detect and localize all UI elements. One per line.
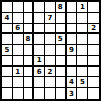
- sudoku-cell-r3c9: 2: [88, 24, 99, 35]
- sudoku-cell-r7c5: 2: [45, 67, 56, 78]
- sudoku-cell-r8c9[interactable]: [88, 77, 99, 88]
- sudoku-cell-r4c2[interactable]: [13, 34, 24, 45]
- sudoku-cell-r6c3[interactable]: [24, 56, 35, 67]
- sudoku-cell-r8c1[interactable]: [2, 77, 13, 88]
- sudoku-cell-r2c2[interactable]: [13, 13, 24, 24]
- sudoku-cell-r5c5[interactable]: [45, 45, 56, 56]
- sudoku-cell-r1c2[interactable]: [13, 2, 24, 13]
- sudoku-cell-r1c1[interactable]: [2, 2, 13, 13]
- sudoku-cell-r5c3[interactable]: [24, 45, 35, 56]
- sudoku-cell-r3c2: 6: [13, 24, 24, 35]
- sudoku-cell-r2c9[interactable]: [88, 13, 99, 24]
- sudoku-cell-r1c3[interactable]: [24, 2, 35, 13]
- sudoku-cell-r8c8: 5: [77, 77, 88, 88]
- sudoku-cell-r7c1[interactable]: [2, 67, 13, 78]
- sudoku-cell-r1c7[interactable]: [67, 2, 78, 13]
- sudoku-cell-r2c1: 4: [2, 13, 13, 24]
- sudoku-cell-r1c9[interactable]: [88, 2, 99, 13]
- sudoku-cell-r7c3[interactable]: [24, 67, 35, 78]
- sudoku-cell-r4c5[interactable]: [45, 34, 56, 45]
- sudoku-cell-r5c2[interactable]: [13, 45, 24, 56]
- sudoku-cell-r2c5: 7: [45, 13, 56, 24]
- sudoku-cell-r5c8[interactable]: [77, 45, 88, 56]
- sudoku-cell-r4c4[interactable]: [34, 34, 45, 45]
- sudoku-cell-r7c2: 1: [13, 67, 24, 78]
- sudoku-cell-r8c4[interactable]: [34, 77, 45, 88]
- sudoku-cell-r9c2[interactable]: [13, 88, 24, 99]
- sudoku-cell-r6c5[interactable]: [45, 56, 56, 67]
- sudoku-cell-r6c9[interactable]: [88, 56, 99, 67]
- sudoku-cell-r2c6[interactable]: [56, 13, 67, 24]
- sudoku-cell-r2c8[interactable]: [77, 13, 88, 24]
- sudoku-cell-r7c6[interactable]: [56, 67, 67, 78]
- sudoku-cell-r8c5[interactable]: [45, 77, 56, 88]
- sudoku-cell-r4c8[interactable]: [77, 34, 88, 45]
- sudoku-cell-r3c6[interactable]: [56, 24, 67, 35]
- sudoku-cell-r1c6: 8: [56, 2, 67, 13]
- sudoku-cell-r5c7: 9: [67, 45, 78, 56]
- sudoku-cell-r8c7: 4: [67, 77, 78, 88]
- sudoku-cell-r3c7[interactable]: [67, 24, 78, 35]
- sudoku-cell-r8c2[interactable]: [13, 77, 24, 88]
- sudoku-cell-r4c1[interactable]: [2, 34, 13, 45]
- sudoku-cell-r2c3[interactable]: [24, 13, 35, 24]
- sudoku-cell-r7c7[interactable]: [67, 67, 78, 78]
- sudoku-cell-r9c3[interactable]: [24, 88, 35, 99]
- sudoku-cell-r3c4[interactable]: [34, 24, 45, 35]
- sudoku-cell-r9c1[interactable]: [2, 88, 13, 99]
- sudoku-cell-r9c6[interactable]: [56, 88, 67, 99]
- sudoku-cell-r4c6: 5: [56, 34, 67, 45]
- sudoku-cell-r2c7[interactable]: [67, 13, 78, 24]
- sudoku-cell-r4c7[interactable]: [67, 34, 78, 45]
- sudoku-board: 81476285591162453: [0, 0, 101, 101]
- sudoku-cell-r6c2[interactable]: [13, 56, 24, 67]
- sudoku-cell-r3c1[interactable]: [2, 24, 13, 35]
- sudoku-cell-r6c1[interactable]: [2, 56, 13, 67]
- sudoku-cell-r6c7[interactable]: [67, 56, 78, 67]
- sudoku-cell-r6c4: 1: [34, 56, 45, 67]
- sudoku-cell-r5c4[interactable]: [34, 45, 45, 56]
- sudoku-cell-r1c8: 1: [77, 2, 88, 13]
- sudoku-cell-r5c1: 5: [2, 45, 13, 56]
- sudoku-cell-r7c4: 6: [34, 67, 45, 78]
- sudoku-cell-r2c4[interactable]: [34, 13, 45, 24]
- sudoku-cell-r7c8[interactable]: [77, 67, 88, 78]
- sudoku-cell-r9c5[interactable]: [45, 88, 56, 99]
- sudoku-cell-r7c9[interactable]: [88, 67, 99, 78]
- sudoku-cell-r3c3[interactable]: [24, 24, 35, 35]
- sudoku-cell-r1c5[interactable]: [45, 2, 56, 13]
- sudoku-cell-r1c4[interactable]: [34, 2, 45, 13]
- sudoku-cell-r5c6[interactable]: [56, 45, 67, 56]
- sudoku-cell-r4c3: 8: [24, 34, 35, 45]
- sudoku-cell-r3c8[interactable]: [77, 24, 88, 35]
- sudoku-cell-r9c9[interactable]: [88, 88, 99, 99]
- sudoku-cell-r3c5[interactable]: [45, 24, 56, 35]
- sudoku-cell-r9c7: 3: [67, 88, 78, 99]
- sudoku-cell-r8c3[interactable]: [24, 77, 35, 88]
- sudoku-cell-r9c8[interactable]: [77, 88, 88, 99]
- sudoku-cell-r4c9[interactable]: [88, 34, 99, 45]
- sudoku-cell-r8c6[interactable]: [56, 77, 67, 88]
- sudoku-cell-r9c4[interactable]: [34, 88, 45, 99]
- sudoku-cell-r6c8[interactable]: [77, 56, 88, 67]
- sudoku-cell-r6c6[interactable]: [56, 56, 67, 67]
- sudoku-cell-r5c9[interactable]: [88, 45, 99, 56]
